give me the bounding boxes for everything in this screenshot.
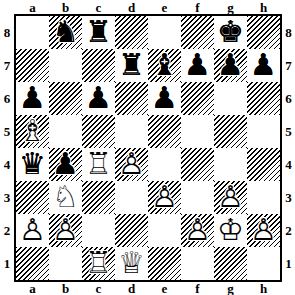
board: ♞♞♜♜♚♚♜♜♝♝♟♟♟♟♟♟♟♟♟♟♟♟♝♗♛♛♟♟♜♖♟♙♞♘♟♙♟♙♟♙… bbox=[14, 14, 282, 282]
pawn-icon: ♙ bbox=[115, 148, 148, 181]
white-pawn-e3[interactable]: ♟♙ bbox=[148, 181, 181, 214]
square-f7[interactable]: ♟♟ bbox=[181, 49, 214, 82]
square-d6[interactable] bbox=[115, 82, 148, 115]
rook-icon: ♖ bbox=[82, 148, 115, 181]
square-f2[interactable]: ♟♙ bbox=[181, 214, 214, 247]
square-h2[interactable]: ♟♙ bbox=[247, 214, 280, 247]
square-e5[interactable] bbox=[148, 115, 181, 148]
rank-label-4: 4 bbox=[282, 148, 295, 181]
white-rook-c1[interactable]: ♜♖ bbox=[82, 247, 115, 280]
rank-labels-left: 87654321 bbox=[0, 14, 14, 282]
pawn-icon: ♙ bbox=[16, 214, 49, 247]
square-e4[interactable] bbox=[148, 148, 181, 181]
rook-icon: ♜ bbox=[115, 49, 148, 82]
queen-icon: ♛ bbox=[16, 148, 49, 181]
rank-label-7: 7 bbox=[0, 49, 14, 82]
square-b5[interactable] bbox=[49, 115, 82, 148]
square-h6[interactable] bbox=[247, 82, 280, 115]
black-bishop-e7[interactable]: ♝♝ bbox=[148, 49, 181, 82]
white-bishop-a5[interactable]: ♝♗ bbox=[16, 115, 49, 148]
file-label-a: a bbox=[16, 282, 49, 295]
rank-label-3: 3 bbox=[282, 181, 295, 214]
pawn-icon: ♙ bbox=[148, 181, 181, 214]
pawn-icon: ♙ bbox=[247, 214, 280, 247]
rank-label-1: 1 bbox=[0, 247, 14, 280]
square-c4[interactable]: ♜♖ bbox=[82, 148, 115, 181]
square-g1[interactable] bbox=[214, 247, 247, 280]
square-g3[interactable]: ♟♙ bbox=[214, 181, 247, 214]
white-knight-b3[interactable]: ♞♘ bbox=[49, 181, 82, 214]
file-label-e: e bbox=[148, 1, 181, 14]
black-pawn-e6[interactable]: ♟♟ bbox=[148, 82, 181, 115]
white-pawn-a2[interactable]: ♟♙ bbox=[16, 214, 49, 247]
king-icon: ♔ bbox=[214, 214, 247, 247]
square-c8[interactable]: ♜♜ bbox=[82, 16, 115, 49]
rank-label-6: 6 bbox=[282, 82, 295, 115]
black-pawn-a6[interactable]: ♟♟ bbox=[16, 82, 49, 115]
rank-label-8: 8 bbox=[282, 16, 295, 49]
pawn-icon: ♟ bbox=[247, 49, 280, 82]
square-c3[interactable] bbox=[82, 181, 115, 214]
square-b2[interactable]: ♟♙ bbox=[49, 214, 82, 247]
square-e7[interactable]: ♝♝ bbox=[148, 49, 181, 82]
rank-labels-right: 87654321 bbox=[282, 14, 295, 282]
rank-label-5: 5 bbox=[282, 115, 295, 148]
square-h8[interactable] bbox=[247, 16, 280, 49]
square-a7[interactable] bbox=[16, 49, 49, 82]
white-queen-d1[interactable]: ♛♕ bbox=[115, 247, 148, 280]
square-a3[interactable] bbox=[16, 181, 49, 214]
file-label-e: e bbox=[148, 282, 181, 295]
square-g6[interactable] bbox=[214, 82, 247, 115]
pawn-icon: ♟ bbox=[82, 82, 115, 115]
white-king-g2[interactable]: ♚♔ bbox=[214, 214, 247, 247]
square-b6[interactable] bbox=[49, 82, 82, 115]
file-label-b: b bbox=[49, 282, 82, 295]
square-a4[interactable]: ♛♛ bbox=[16, 148, 49, 181]
square-e8[interactable] bbox=[148, 16, 181, 49]
black-rook-c8[interactable]: ♜♜ bbox=[82, 16, 115, 49]
rook-icon: ♖ bbox=[82, 247, 115, 280]
white-pawn-d4[interactable]: ♟♙ bbox=[115, 148, 148, 181]
square-c1[interactable]: ♜♖ bbox=[82, 247, 115, 280]
square-f1[interactable] bbox=[181, 247, 214, 280]
square-c6[interactable]: ♟♟ bbox=[82, 82, 115, 115]
file-labels-bottom: abcdefgh bbox=[14, 282, 282, 295]
square-c5[interactable] bbox=[82, 115, 115, 148]
file-label-d: d bbox=[115, 1, 148, 14]
file-label-g: g bbox=[214, 282, 247, 295]
square-a6[interactable]: ♟♟ bbox=[16, 82, 49, 115]
square-e3[interactable]: ♟♙ bbox=[148, 181, 181, 214]
knight-icon: ♘ bbox=[49, 181, 82, 214]
square-a8[interactable] bbox=[16, 16, 49, 49]
square-a2[interactable]: ♟♙ bbox=[16, 214, 49, 247]
square-e6[interactable]: ♟♟ bbox=[148, 82, 181, 115]
square-e2[interactable] bbox=[148, 214, 181, 247]
white-pawn-h2[interactable]: ♟♙ bbox=[247, 214, 280, 247]
black-knight-b8[interactable]: ♞♞ bbox=[49, 16, 82, 49]
white-pawn-f2[interactable]: ♟♙ bbox=[181, 214, 214, 247]
square-g4[interactable] bbox=[214, 148, 247, 181]
rank-label-3: 3 bbox=[0, 181, 14, 214]
black-queen-a4[interactable]: ♛♛ bbox=[16, 148, 49, 181]
rank-label-7: 7 bbox=[282, 49, 295, 82]
square-d2[interactable] bbox=[115, 214, 148, 247]
square-g2[interactable]: ♚♔ bbox=[214, 214, 247, 247]
rank-label-2: 2 bbox=[0, 214, 14, 247]
square-b1[interactable] bbox=[49, 247, 82, 280]
file-label-g: g bbox=[214, 1, 247, 14]
knight-icon: ♞ bbox=[49, 16, 82, 49]
square-a5[interactable]: ♝♗ bbox=[16, 115, 49, 148]
black-pawn-f7[interactable]: ♟♟ bbox=[181, 49, 214, 82]
square-g7[interactable]: ♟♟ bbox=[214, 49, 247, 82]
pawn-icon: ♙ bbox=[181, 214, 214, 247]
square-d8[interactable] bbox=[115, 16, 148, 49]
square-b7[interactable] bbox=[49, 49, 82, 82]
square-d1[interactable]: ♛♕ bbox=[115, 247, 148, 280]
black-rook-d7[interactable]: ♜♜ bbox=[115, 49, 148, 82]
black-pawn-g7[interactable]: ♟♟ bbox=[214, 49, 247, 82]
queen-icon: ♕ bbox=[115, 247, 148, 280]
pawn-icon: ♟ bbox=[148, 82, 181, 115]
rank-label-8: 8 bbox=[0, 16, 14, 49]
king-icon: ♚ bbox=[214, 16, 247, 49]
bishop-icon: ♝ bbox=[148, 49, 181, 82]
square-h3[interactable] bbox=[247, 181, 280, 214]
square-g8[interactable]: ♚♚ bbox=[214, 16, 247, 49]
square-b3[interactable]: ♞♘ bbox=[49, 181, 82, 214]
square-d5[interactable] bbox=[115, 115, 148, 148]
square-b8[interactable]: ♞♞ bbox=[49, 16, 82, 49]
pawn-icon: ♟ bbox=[214, 49, 247, 82]
square-d3[interactable] bbox=[115, 181, 148, 214]
pawn-icon: ♟ bbox=[49, 148, 82, 181]
rank-label-6: 6 bbox=[0, 82, 14, 115]
black-king-g8[interactable]: ♚♚ bbox=[214, 16, 247, 49]
square-d7[interactable]: ♜♜ bbox=[115, 49, 148, 82]
rank-label-5: 5 bbox=[0, 115, 14, 148]
file-label-c: c bbox=[82, 1, 115, 14]
square-c2[interactable] bbox=[82, 214, 115, 247]
square-e1[interactable] bbox=[148, 247, 181, 280]
file-label-f: f bbox=[181, 1, 214, 14]
rank-label-2: 2 bbox=[282, 214, 295, 247]
black-pawn-h7[interactable]: ♟♟ bbox=[247, 49, 280, 82]
rook-icon: ♜ bbox=[82, 16, 115, 49]
white-pawn-b2[interactable]: ♟♙ bbox=[49, 214, 82, 247]
file-label-h: h bbox=[247, 1, 280, 14]
file-label-f: f bbox=[181, 282, 214, 295]
square-f8[interactable] bbox=[181, 16, 214, 49]
square-b4[interactable]: ♟♟ bbox=[49, 148, 82, 181]
bishop-icon: ♗ bbox=[16, 115, 49, 148]
white-rook-c4[interactable]: ♜♖ bbox=[82, 148, 115, 181]
chess-diagram: abcdefgh 87654321 ♞♞♜♜♚♚♜♜♝♝♟♟♟♟♟♟♟♟♟♟♟♟… bbox=[0, 0, 295, 295]
square-h4[interactable] bbox=[247, 148, 280, 181]
square-f5[interactable] bbox=[181, 115, 214, 148]
rank-label-4: 4 bbox=[0, 148, 14, 181]
file-label-d: d bbox=[115, 282, 148, 295]
square-c7[interactable] bbox=[82, 49, 115, 82]
file-label-c: c bbox=[82, 282, 115, 295]
square-f6[interactable] bbox=[181, 82, 214, 115]
square-d4[interactable]: ♟♙ bbox=[115, 148, 148, 181]
black-pawn-c6[interactable]: ♟♟ bbox=[82, 82, 115, 115]
square-a1[interactable] bbox=[16, 247, 49, 280]
square-f3[interactable] bbox=[181, 181, 214, 214]
square-h1[interactable] bbox=[247, 247, 280, 280]
black-pawn-b4[interactable]: ♟♟ bbox=[49, 148, 82, 181]
pawn-icon: ♙ bbox=[49, 214, 82, 247]
rank-label-1: 1 bbox=[282, 247, 295, 280]
square-h7[interactable]: ♟♟ bbox=[247, 49, 280, 82]
file-label-b: b bbox=[49, 1, 82, 14]
square-h5[interactable] bbox=[247, 115, 280, 148]
file-label-h: h bbox=[247, 282, 280, 295]
file-labels-top: abcdefgh bbox=[14, 0, 282, 14]
square-g5[interactable] bbox=[214, 115, 247, 148]
pawn-icon: ♟ bbox=[181, 49, 214, 82]
file-label-a: a bbox=[16, 1, 49, 14]
pawn-icon: ♟ bbox=[16, 82, 49, 115]
pawn-icon: ♙ bbox=[214, 181, 247, 214]
white-pawn-g3[interactable]: ♟♙ bbox=[214, 181, 247, 214]
square-f4[interactable] bbox=[181, 148, 214, 181]
